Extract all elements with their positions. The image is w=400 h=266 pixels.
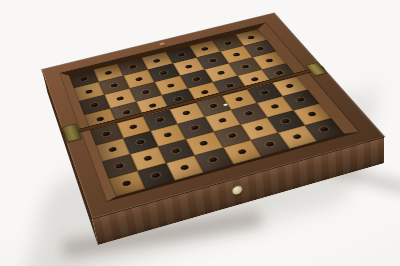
peg-hole bbox=[180, 164, 190, 170]
square-e2[interactable] bbox=[213, 124, 250, 147]
peg-hole bbox=[270, 104, 279, 109]
peg-hole bbox=[164, 132, 173, 138]
peg-hole bbox=[244, 111, 253, 116]
peg-hole bbox=[115, 163, 124, 169]
peg-hole bbox=[319, 127, 329, 133]
square-a1[interactable] bbox=[109, 171, 146, 197]
peg-hole bbox=[265, 58, 274, 63]
square-b1[interactable] bbox=[138, 163, 175, 189]
square-e1[interactable] bbox=[223, 140, 261, 164]
peg-hole bbox=[153, 58, 161, 62]
peg-hole bbox=[232, 52, 240, 56]
peg-hole bbox=[96, 116, 104, 121]
peg-hole bbox=[149, 103, 158, 108]
peg-hole bbox=[224, 41, 232, 45]
peg-hole bbox=[217, 118, 226, 124]
peg-hole bbox=[234, 97, 243, 102]
bone-knob-front bbox=[232, 185, 242, 196]
peg-hole bbox=[292, 134, 302, 140]
peg-hole bbox=[208, 103, 217, 108]
square-g3[interactable] bbox=[257, 96, 294, 117]
square-c1[interactable] bbox=[166, 155, 204, 180]
peg-hole bbox=[225, 83, 234, 88]
peg-hole bbox=[160, 70, 168, 75]
peg-hole bbox=[167, 83, 175, 88]
peg-hole bbox=[296, 97, 305, 102]
peg-hole bbox=[122, 180, 131, 187]
paint-chip bbox=[223, 103, 228, 106]
peg-hole bbox=[247, 35, 255, 39]
peg-hole bbox=[275, 70, 284, 75]
peg-hole bbox=[250, 77, 259, 82]
square-e3[interactable] bbox=[204, 110, 240, 132]
peg-hole bbox=[184, 64, 192, 69]
chess-box bbox=[42, 13, 384, 218]
square-g2[interactable] bbox=[267, 110, 305, 132]
square-c2[interactable] bbox=[158, 139, 194, 163]
peg-hole bbox=[217, 70, 225, 75]
peg-hole bbox=[285, 83, 294, 88]
peg-hole bbox=[174, 96, 183, 101]
square-a4[interactable] bbox=[90, 123, 124, 145]
square-d2[interactable] bbox=[186, 132, 223, 156]
peg-hole bbox=[144, 155, 153, 161]
square-f1[interactable] bbox=[250, 133, 289, 157]
peg-hole bbox=[172, 148, 181, 154]
square-a3[interactable] bbox=[96, 138, 131, 162]
peg-hole bbox=[256, 46, 264, 50]
square-b2[interactable] bbox=[130, 146, 166, 170]
latch-pin bbox=[159, 42, 167, 46]
peg-hole bbox=[192, 77, 200, 82]
peg-hole bbox=[177, 52, 185, 56]
peg-hole bbox=[105, 70, 113, 75]
peg-hole bbox=[241, 64, 250, 69]
peg-hole bbox=[208, 58, 216, 63]
peg-hole bbox=[237, 149, 247, 155]
peg-hole bbox=[135, 77, 143, 82]
square-d3[interactable] bbox=[178, 117, 214, 139]
square-d1[interactable] bbox=[195, 148, 233, 173]
peg-hole bbox=[307, 111, 317, 117]
peg-hole bbox=[199, 140, 208, 146]
peg-hole bbox=[90, 102, 98, 107]
peg-hole bbox=[254, 126, 264, 132]
peg-hole bbox=[151, 172, 161, 178]
peg-hole bbox=[136, 139, 145, 145]
peg-hole bbox=[260, 90, 269, 95]
peg-hole bbox=[110, 83, 118, 88]
square-f3[interactable] bbox=[231, 103, 267, 125]
square-h1[interactable] bbox=[305, 118, 344, 141]
peg-hole bbox=[116, 96, 124, 101]
square-b3[interactable] bbox=[123, 131, 158, 154]
peg-hole bbox=[102, 131, 111, 137]
peg-hole bbox=[227, 133, 237, 139]
square-h3[interactable] bbox=[282, 89, 319, 110]
peg-hole bbox=[156, 117, 165, 122]
square-c3[interactable] bbox=[151, 124, 186, 147]
square-a2[interactable] bbox=[102, 154, 138, 179]
bone-knob-right bbox=[325, 77, 329, 89]
peg-hole bbox=[200, 90, 209, 95]
square-h2[interactable] bbox=[293, 103, 331, 125]
peg-hole bbox=[209, 157, 219, 163]
scene bbox=[0, 0, 400, 266]
square-f2[interactable] bbox=[240, 117, 278, 140]
peg-hole bbox=[129, 124, 138, 130]
square-g1[interactable] bbox=[278, 125, 317, 149]
peg-hole bbox=[265, 141, 275, 147]
peg-hole bbox=[191, 125, 200, 131]
peg-hole bbox=[182, 110, 191, 115]
peg-hole bbox=[85, 89, 93, 94]
square-d4[interactable] bbox=[170, 102, 205, 123]
peg-hole bbox=[123, 110, 131, 115]
square-c4[interactable] bbox=[143, 109, 177, 131]
square-b4[interactable] bbox=[117, 116, 151, 138]
peg-hole bbox=[200, 47, 208, 51]
peg-hole bbox=[80, 76, 88, 81]
peg-hole bbox=[281, 119, 291, 125]
peg-hole bbox=[142, 89, 150, 94]
peg-hole bbox=[108, 147, 117, 153]
peg-hole bbox=[129, 64, 137, 69]
